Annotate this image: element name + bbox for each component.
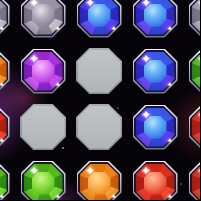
slot-face [22, 106, 65, 149]
empty-slot[interactable] [76, 104, 122, 150]
cell-r4c5: ✦✦ [183, 155, 200, 200]
gem-green[interactable]: ✦✦ [21, 161, 66, 201]
slot-face [78, 106, 121, 149]
gem-silver[interactable]: ✦✦ [0, 0, 10, 38]
empty-slot[interactable] [76, 48, 122, 94]
cell-r3c2 [15, 99, 71, 155]
gem-red[interactable]: ✦✦ [189, 105, 201, 150]
sparkle-icon: ✦ [85, 165, 95, 177]
gem-orange[interactable]: ✦✦ [77, 161, 122, 201]
sparkle-icon: ✦ [29, 165, 39, 177]
cell-r1c1: ✦✦ [0, 0, 15, 43]
sparkle-icon: ✦ [197, 109, 200, 121]
gem-green[interactable]: ✦✦ [0, 161, 10, 201]
sparkle-icon: ✦ [141, 53, 151, 65]
sparkle-icon: ✦ [0, 138, 5, 145]
slot-face [78, 50, 121, 93]
cell-r3c5: ✦✦ [183, 99, 200, 155]
gem-silver[interactable]: ✦✦ [189, 0, 201, 38]
sparkle-icon: ✦ [0, 82, 5, 89]
cell-r1c2: ✦✦ [15, 0, 71, 43]
sparkle-icon: ✦ [197, 0, 200, 9]
game-board: ✦✦✦✦✦✦✦✦✦✦✦✦✦✦✦✦✦✦✦✦✦✦✦✦✦✦✦✦✦✦✦✦✦✦ [0, 0, 200, 200]
cell-r2c1: ✦✦ [0, 43, 15, 99]
sparkle-icon: ✦ [0, 26, 5, 33]
sparkle-icon: ✦ [55, 194, 61, 200]
sparkle-icon: ✦ [167, 82, 173, 89]
sparkle-icon: ✦ [167, 194, 173, 200]
cell-r2c2: ✦✦ [15, 43, 71, 99]
sparkle-icon: ✦ [111, 194, 117, 200]
sparkle-icon: ✦ [141, 165, 151, 177]
gem-green[interactable]: ✦✦ [189, 49, 201, 94]
cell-r3c3 [71, 99, 127, 155]
gem-purple[interactable]: ✦✦ [21, 49, 66, 94]
gem-red[interactable]: ✦✦ [133, 161, 178, 201]
sparkle-icon: ✦ [85, 0, 95, 9]
gem-silver[interactable]: ✦✦ [21, 0, 66, 38]
cell-r2c3 [71, 43, 127, 99]
cell-r2c4: ✦✦ [127, 43, 183, 99]
cell-r4c3: ✦✦ [71, 155, 127, 200]
cell-r1c5: ✦✦ [183, 0, 200, 43]
cell-r3c4: ✦✦ [127, 99, 183, 155]
sparkle-icon: ✦ [55, 26, 61, 33]
sparkle-icon: ✦ [55, 82, 61, 89]
gem-blue[interactable]: ✦✦ [77, 0, 122, 38]
gem-blue[interactable]: ✦✦ [133, 0, 178, 38]
cell-r3c1: ✦✦ [0, 99, 15, 155]
gem-red[interactable]: ✦✦ [0, 105, 10, 150]
cell-r4c4: ✦✦ [127, 155, 183, 200]
sparkle-icon: ✦ [29, 0, 39, 9]
cell-r1c3: ✦✦ [71, 0, 127, 43]
sparkle-icon: ✦ [29, 53, 39, 65]
empty-slot[interactable] [20, 104, 66, 150]
sparkle-icon: ✦ [167, 138, 173, 145]
sparkle-icon: ✦ [197, 53, 200, 65]
cell-r2c5: ✦✦ [183, 43, 200, 99]
gem-grid: ✦✦✦✦✦✦✦✦✦✦✦✦✦✦✦✦✦✦✦✦✦✦✦✦✦✦✦✦✦✦✦✦✦✦ [0, 0, 200, 200]
cell-r4c2: ✦✦ [15, 155, 71, 200]
sparkle-icon: ✦ [111, 26, 117, 33]
gem-red[interactable]: ✦✦ [189, 161, 201, 201]
gem-blue[interactable]: ✦✦ [133, 105, 178, 150]
sparkle-icon: ✦ [141, 0, 151, 9]
cell-r4c1: ✦✦ [0, 155, 15, 200]
sparkle-icon: ✦ [141, 109, 151, 121]
sparkle-icon: ✦ [0, 194, 5, 200]
gem-blue[interactable]: ✦✦ [133, 49, 178, 94]
gem-orange[interactable]: ✦✦ [0, 49, 10, 94]
sparkle-icon: ✦ [167, 26, 173, 33]
cell-r1c4: ✦✦ [127, 0, 183, 43]
sparkle-icon: ✦ [197, 165, 200, 177]
